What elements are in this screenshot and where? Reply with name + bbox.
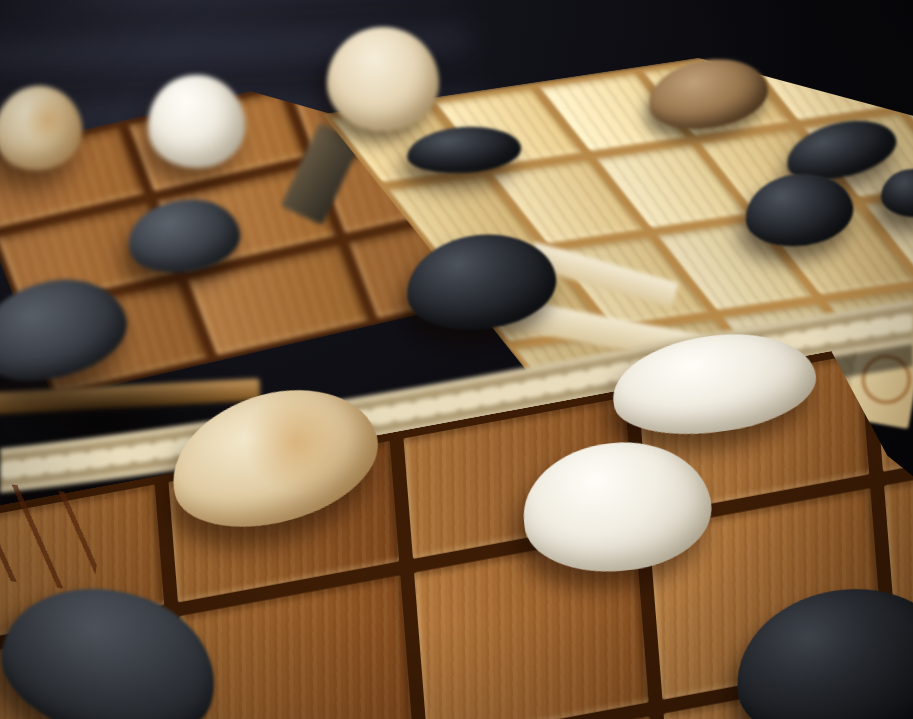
engraved-tally-marks bbox=[0, 483, 106, 593]
board-cell bbox=[179, 575, 414, 719]
burned-ring-logo-icon bbox=[857, 350, 913, 408]
board-game-photo-scene bbox=[0, 0, 913, 719]
white-pebble bbox=[327, 27, 439, 131]
board-cell bbox=[851, 27, 913, 104]
